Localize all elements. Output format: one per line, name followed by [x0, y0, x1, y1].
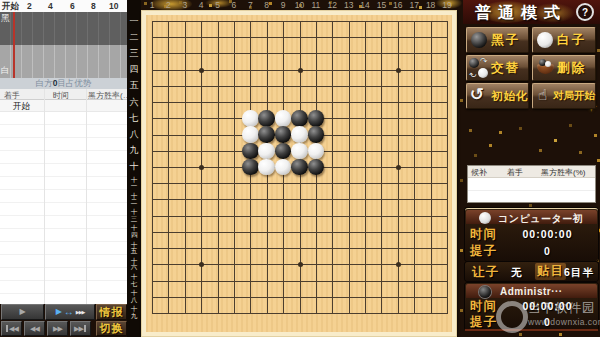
winrate-graph-header: 开始 2 4 6 8 10 [0, 0, 127, 12]
white-stone [291, 126, 308, 143]
board-row-label: 十二 [127, 191, 141, 207]
grid-line-horizontal [152, 297, 448, 298]
forward-icon: ▶▶ [53, 325, 62, 332]
grid-line-vertical [414, 21, 415, 314]
white-stone [308, 143, 325, 160]
white-stone [291, 143, 308, 160]
board-row-label: 九 [127, 143, 141, 159]
help-button[interactable]: ? [576, 3, 594, 21]
last-move-icon: ▶▶ [74, 325, 83, 332]
delete-button[interactable]: 删除 [532, 55, 596, 81]
player-panel-white: コンピューター初 时间 00:00:00 提子 0 [465, 208, 598, 261]
swap-stones-icon: ↷ ↷ [469, 57, 491, 79]
graph-tick: 8 [91, 1, 96, 11]
hand-pointer-icon: ☝ [535, 85, 553, 107]
board-column-label: 14 [357, 0, 373, 10]
grid-line-vertical [365, 21, 366, 314]
board-column-label: 18 [423, 0, 439, 10]
black-stone [242, 143, 259, 160]
black-stone-icon [469, 29, 491, 51]
switch-button[interactable]: 切换 [96, 321, 127, 336]
board-column-label: 10 [292, 0, 308, 10]
white-area-label: 白 [1, 65, 10, 77]
board-row-label: 十三 [127, 208, 141, 224]
rewind-icon: ◀◀ [30, 325, 39, 332]
white-stone [242, 110, 259, 127]
board-row-label: 四 [127, 62, 141, 78]
play-icon: ▶ [19, 308, 25, 316]
graph-tick: 4 [48, 1, 53, 11]
move-table-row-start[interactable]: 开始 [0, 100, 127, 112]
board-column-label: 1 [144, 0, 160, 10]
grid-line-vertical [349, 21, 350, 314]
table-divider [468, 190, 595, 191]
grid-line-horizontal [152, 199, 448, 200]
star-point [396, 68, 401, 73]
board-column-label: 3 [177, 0, 193, 10]
info-button[interactable]: 情报 [96, 304, 127, 320]
board-row-label: 十八 [127, 289, 141, 305]
board-column-label: 17 [406, 0, 422, 10]
watermark-logo [496, 301, 528, 333]
graph-tick: 2 [27, 1, 32, 11]
board-row-label: 十四 [127, 224, 141, 240]
black-stone [291, 159, 308, 176]
grid-line-vertical [447, 21, 448, 314]
graph-tick: 6 [70, 1, 75, 11]
white-stone [258, 143, 275, 160]
black-stone-button[interactable]: 黑子 [466, 27, 529, 53]
play-button[interactable]: ▶ [1, 304, 44, 320]
board-column-label: 15 [373, 0, 389, 10]
black-stone [308, 110, 325, 127]
white-stone [275, 110, 292, 127]
board-column-label: 2 [160, 0, 176, 10]
watermark-url: www.downxia.com [528, 317, 600, 327]
score-lead-caption: 白方0目占优势 [0, 78, 127, 89]
player-white-header: コンピューター初 [466, 210, 597, 224]
star-point [298, 68, 303, 73]
board-column-label: 11 [308, 0, 324, 10]
bar-icon [84, 325, 86, 332]
board-row-label: 一 [127, 13, 141, 29]
go-to-end-button[interactable]: ▶▶ [70, 321, 91, 336]
grid-line-vertical [381, 21, 382, 314]
board-row-label: 八 [127, 127, 141, 143]
grid-line-vertical [332, 21, 333, 314]
board-column-label: 7 [242, 0, 258, 10]
star-point [199, 68, 204, 73]
star-point [298, 262, 303, 267]
table-divider [86, 89, 87, 304]
initialize-button[interactable]: ↺ 初始化 [466, 83, 529, 109]
white-stone-button[interactable]: 白子 [532, 27, 596, 53]
board-column-label: 5 [210, 0, 226, 10]
black-stone [258, 110, 275, 127]
mode-title: 普通模式 [468, 2, 574, 23]
step-forward-button[interactable]: ▶▶ [47, 321, 68, 336]
graph-tick: 10 [109, 1, 118, 11]
candidates-table[interactable]: 候补 着手 黑方胜率(%) [467, 165, 596, 203]
panel-edge [465, 329, 598, 331]
board-row-label: 三 [127, 45, 141, 61]
black-stone [242, 159, 259, 176]
handicap-komi-panel: 让子 无 贴目 6目半 [465, 262, 598, 281]
board-row-label: 十 [127, 159, 141, 175]
table-divider [44, 89, 45, 304]
black-stone-icon [479, 286, 491, 298]
board-row-label: 十六 [127, 256, 141, 272]
board-column-label: 9 [275, 0, 291, 10]
move-table-header: 着手 时间 黑方胜率(… [0, 89, 127, 100]
alternate-button[interactable]: ↷ ↷ 交替 [466, 55, 529, 81]
fast-forward-icon: ▶▶▶ [76, 310, 85, 315]
board-row-label: 十五 [127, 240, 141, 256]
first-move-icon: ◀◀ [9, 325, 18, 332]
black-stone [308, 126, 325, 143]
autoplay-button[interactable]: ▶ ↔ ▶▶▶ [45, 304, 95, 320]
board-row-label: 十一 [127, 175, 141, 191]
grid-line-horizontal [152, 313, 448, 314]
board-column-label: 16 [390, 0, 406, 10]
app-window: ✦ ✦ 开始 2 4 6 8 10 黑 白 白方0目占优势 着手 时间 黑方胜率… [0, 0, 600, 337]
board-row-label: 十七 [127, 273, 141, 289]
white-stone [242, 126, 259, 143]
go-to-start-button[interactable]: ◀◀ [1, 321, 22, 336]
grid-line-horizontal [152, 216, 448, 217]
winrate-graph-black-area: 黑 [0, 12, 127, 45]
white-stone [258, 159, 275, 176]
board-column-label: 19 [439, 0, 455, 10]
black-area-label: 黑 [1, 13, 10, 25]
grid-line-horizontal [152, 183, 448, 184]
reset-arrow-icon: ↺ [469, 85, 491, 107]
white-stone-icon [479, 212, 491, 224]
grid-line-horizontal [152, 281, 448, 282]
black-stone [275, 126, 292, 143]
step-back-button[interactable]: ◀◀ [24, 321, 45, 336]
autoplay-play-icon: ▶ [56, 308, 62, 316]
black-stone [258, 126, 275, 143]
graph-position-marker[interactable] [13, 12, 15, 78]
grid-line-vertical [431, 21, 432, 314]
white-stone-icon [535, 29, 557, 51]
start-game-button[interactable]: ☝ 对局开始 [532, 83, 596, 109]
bar-icon [6, 325, 8, 332]
watermark-site-name: 当下软件园 [528, 300, 596, 317]
board-column-label: 6 [226, 0, 242, 10]
board-row-label: 六 [127, 94, 141, 110]
black-stone [291, 110, 308, 127]
grid-line-horizontal [152, 232, 448, 233]
star-point [396, 165, 401, 170]
player-black-header: Administr··· [466, 284, 597, 298]
board-row-label: 十九 [127, 305, 141, 321]
winrate-graph-white-area: 白 [0, 45, 127, 78]
grid-line-horizontal [152, 248, 448, 249]
board-column-label: 4 [193, 0, 209, 10]
board-column-label: 8 [259, 0, 275, 10]
board-column-label: 12 [324, 0, 340, 10]
board-row-label: 七 [127, 110, 141, 126]
board-row-label: 五 [127, 78, 141, 94]
candidates-table-header: 候补 着手 黑方胜率(%) [468, 166, 595, 178]
stone-bowl-icon [535, 57, 557, 79]
autoplay-swap-icon: ↔ [64, 307, 74, 317]
board-column-label: 13 [341, 0, 357, 10]
board-row-label: 二 [127, 29, 141, 45]
move-table-body[interactable] [0, 112, 127, 304]
